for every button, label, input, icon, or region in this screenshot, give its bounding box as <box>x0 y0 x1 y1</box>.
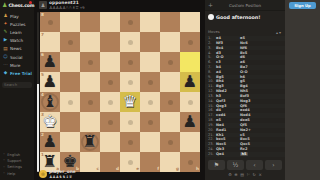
square-b7[interactable] <box>60 32 80 52</box>
square-c6[interactable] <box>80 52 100 72</box>
rank-label-8: 8 <box>41 13 44 17</box>
top-player-bar: ♟ opponent21 ♙♙♙♙♙♘♘♗♖ +9 <box>39 1 84 10</box>
legal-move-dot[interactable] <box>128 120 133 125</box>
square-g2[interactable] <box>160 132 180 152</box>
square-a7[interactable]: 7 <box>40 32 60 52</box>
legal-move-dot[interactable] <box>108 80 113 85</box>
white-move[interactable]: Qe4 <box>216 152 240 157</box>
status-message: Good afternoon! <box>216 15 260 20</box>
file-label-g: g <box>176 167 179 171</box>
panel-tab-title[interactable]: Custom Position <box>205 3 285 8</box>
more-icon: ⋯ <box>3 63 8 68</box>
square-d1[interactable]: d <box>100 152 120 172</box>
bottom-player-bar: ♔ player_one ♟♟♟♞♞♝♛ <box>39 170 76 179</box>
footer-icon-4[interactable]: ↻ <box>253 172 256 177</box>
square-h6[interactable] <box>180 52 200 72</box>
square-h4[interactable] <box>180 92 200 112</box>
square-g1[interactable]: g <box>160 152 180 172</box>
square-a4[interactable]: 4♝ <box>40 92 60 112</box>
board-area: ♟ opponent21 ♙♙♙♙♙♘♘♗♖ +9 876♟5♟♟4♝♛3♚♟2… <box>34 0 205 180</box>
file-label-b: b <box>76 167 79 171</box>
square-e4[interactable]: ♛ <box>120 92 140 112</box>
square-h2[interactable] <box>180 132 200 152</box>
square-h1[interactable]: h <box>180 152 200 172</box>
square-c8[interactable] <box>80 12 100 32</box>
legal-move-dot[interactable] <box>88 60 93 65</box>
rank-label-5: 5 <box>41 73 44 77</box>
sidebar-item-puzzles[interactable]: ✦Puzzles <box>0 20 34 28</box>
chess-board[interactable]: 876♟5♟♟4♝♛3♚♟2♟♜1a♜b♚cdefgh <box>40 12 200 172</box>
legal-move-dot[interactable] <box>188 100 193 105</box>
legal-move-dot[interactable] <box>128 140 133 145</box>
legal-move-dot[interactable] <box>128 80 133 85</box>
square-f6[interactable] <box>140 52 160 72</box>
news-icon: ▤ <box>3 47 8 52</box>
player-avatar[interactable]: ♔ <box>39 170 47 178</box>
square-a8[interactable]: 8 <box>40 12 60 32</box>
chesscom-logo[interactable]: ♟ Chess.com <box>0 0 34 9</box>
legal-move-dot[interactable] <box>128 160 133 165</box>
moves-label: Moves <box>208 30 220 34</box>
material-score: +9 <box>80 6 85 10</box>
square-h3[interactable]: ♟ <box>180 112 200 132</box>
file-label-c: c <box>97 167 99 171</box>
legal-move-dot[interactable] <box>188 160 193 165</box>
square-d3[interactable] <box>100 112 120 132</box>
rank-label-2: 2 <box>41 133 44 137</box>
panel-footer-icons[interactable]: ⚙⊕▤⚐↻× <box>205 172 285 177</box>
square-g7[interactable] <box>160 32 180 52</box>
square-e6[interactable] <box>120 52 140 72</box>
legal-move-dot[interactable] <box>128 60 133 65</box>
black-move[interactable]: h5 <box>240 152 264 157</box>
sidebar-item-watch[interactable]: ▶Watch <box>0 37 34 45</box>
square-f8[interactable] <box>140 12 160 32</box>
legal-move-dot[interactable] <box>108 120 113 125</box>
square-a6[interactable]: 6♟ <box>40 52 60 72</box>
capture-ring <box>41 93 59 111</box>
panel-tab-bar: + Custom Position <box>205 0 285 11</box>
legal-move-dot[interactable] <box>168 140 173 145</box>
evaluation-white-share <box>37 84 40 172</box>
legal-move-dot[interactable] <box>168 60 173 65</box>
square-c3[interactable] <box>80 112 100 132</box>
footer-icon-2[interactable]: ▤ <box>240 172 244 177</box>
social-icon: ☺ <box>3 55 8 60</box>
legal-move-dot[interactable] <box>148 100 153 105</box>
square-a5[interactable]: 5♟ <box>40 72 60 92</box>
square-c2[interactable]: ♜ <box>80 132 100 152</box>
square-d2[interactable] <box>100 132 120 152</box>
legal-move-dot[interactable] <box>128 40 133 45</box>
square-c5[interactable] <box>80 72 100 92</box>
sidebar-item-free-trial[interactable]: ◆Free Trial <box>0 69 34 77</box>
square-e2[interactable] <box>120 132 140 152</box>
sidebar-bottom-links: ◦English◦Support◦Settings◦Help <box>0 152 34 178</box>
square-g8[interactable] <box>160 12 180 32</box>
legal-move-dot[interactable] <box>168 100 173 105</box>
back-button[interactable]: ‹ <box>246 160 263 170</box>
sidebar-item-news[interactable]: ▤News <box>0 45 34 53</box>
square-f2[interactable] <box>140 132 160 152</box>
square-b2[interactable] <box>60 132 80 152</box>
player-captured-pieces: ♟♟♟♞♞♝♛ <box>49 175 76 179</box>
square-e3[interactable] <box>120 112 140 132</box>
square-g4[interactable] <box>160 92 180 112</box>
black-pawn-h5[interactable]: ♟ <box>180 72 200 92</box>
watch-icon: ▶ <box>3 38 8 43</box>
file-label-f: f <box>157 167 159 171</box>
rank-label-1: 1 <box>41 153 44 157</box>
square-e5[interactable] <box>120 72 140 92</box>
square-h8[interactable] <box>180 12 200 32</box>
moves-header-icons[interactable]: ▴▾ <box>276 30 282 35</box>
evaluation-bar <box>37 12 40 172</box>
rank-label-6: 6 <box>41 53 44 57</box>
footer-icon-5[interactable]: × <box>258 172 261 177</box>
square-g5[interactable] <box>160 72 180 92</box>
file-label-d: d <box>116 167 119 171</box>
square-d8[interactable] <box>100 12 120 32</box>
search-placeholder: Search <box>4 82 17 87</box>
page-gutter: Sign Up <box>285 0 320 180</box>
play-icon: ♟ <box>3 14 8 19</box>
sidebar-item-play[interactable]: ♟Play <box>0 12 34 20</box>
forward-button[interactable]: › <box>265 160 282 170</box>
draw-button[interactable]: ½ <box>227 160 244 170</box>
square-d5[interactable] <box>100 72 120 92</box>
diamond-icon: ◆ <box>3 71 8 76</box>
game-panel: + Custom Position Good afternoon! Moves … <box>205 0 285 180</box>
opponent-avatar[interactable]: ♟ <box>39 1 47 9</box>
square-g3[interactable] <box>160 112 180 132</box>
square-c4[interactable] <box>80 92 100 112</box>
legal-move-dot[interactable] <box>68 40 73 45</box>
square-a2[interactable]: 2♟ <box>40 132 60 152</box>
sidebar-item-social[interactable]: ☺Social <box>0 53 34 61</box>
rank-label-7: 7 <box>41 33 44 37</box>
notification-badge <box>29 1 32 4</box>
file-label-h: h <box>196 167 199 171</box>
legal-move-dot[interactable] <box>68 100 73 105</box>
resign-button[interactable]: ⚑ <box>208 160 225 170</box>
legal-move-dot[interactable] <box>108 100 113 105</box>
puzzles-icon: ✦ <box>3 22 8 27</box>
coach-avatar-icon <box>208 14 214 20</box>
square-h5[interactable]: ♟ <box>180 72 200 92</box>
square-a3[interactable]: 3♚ <box>40 112 60 132</box>
sidebar-nav: ♟Play✦Puzzles✎Learn▶Watch▤News☺Social⋯Mo… <box>0 12 34 78</box>
square-h7[interactable] <box>180 32 200 52</box>
square-c7[interactable] <box>80 32 100 52</box>
legal-move-dot[interactable] <box>128 20 133 25</box>
square-b8[interactable] <box>60 12 80 32</box>
square-e1[interactable]: e <box>120 152 140 172</box>
footer-icon-0[interactable]: ⚙ <box>228 172 232 177</box>
sidebar: ♟ Chess.com ♟Play✦Puzzles✎Learn▶Watch▤Ne… <box>0 0 34 180</box>
legal-move-dot[interactable] <box>88 100 93 105</box>
square-g6[interactable] <box>160 52 180 72</box>
legal-move-dot[interactable] <box>148 80 153 85</box>
moves-header: Moves ▴▾ <box>205 29 285 35</box>
square-f7[interactable] <box>140 32 160 52</box>
legal-move-dot[interactable] <box>148 120 153 125</box>
footer-icon-3[interactable]: ⚐ <box>246 172 250 177</box>
square-c1[interactable]: c <box>80 152 100 172</box>
square-f1[interactable]: f <box>140 152 160 172</box>
square-b4[interactable] <box>60 92 80 112</box>
square-b3[interactable] <box>60 112 80 132</box>
search-input[interactable]: Search <box>2 82 32 88</box>
file-label-e: e <box>136 167 139 171</box>
move-row-25: 25.Qe4h5 <box>205 152 285 157</box>
logo-pawn-icon: ♟ <box>2 2 7 8</box>
opponent-captured-pieces: ♙♙♙♙♙♘♘♗♖ +9 <box>49 6 84 10</box>
black-pawn-h3[interactable]: ♟ <box>180 112 200 132</box>
sidebar-item-more[interactable]: ⋯More <box>0 61 34 69</box>
sidebar-link-help[interactable]: ◦Help <box>0 171 34 177</box>
move-list[interactable]: 1.e4e52.Nf3Nc63.Bc4Nf64.d3Bc55.O-Od66.c3… <box>205 36 285 157</box>
square-b5[interactable] <box>60 72 80 92</box>
square-d6[interactable] <box>100 52 120 72</box>
status-row: Good afternoon! <box>205 11 285 22</box>
white-queen-e4[interactable]: ♛ <box>120 92 140 112</box>
square-f3[interactable] <box>140 112 160 132</box>
signup-button[interactable]: Sign Up <box>289 2 316 9</box>
rank-label-3: 3 <box>41 113 44 117</box>
square-b6[interactable] <box>60 52 80 72</box>
capture-ring <box>81 133 99 151</box>
square-d7[interactable] <box>100 32 120 52</box>
game-controls: ⚑½‹› <box>205 160 285 170</box>
learn-icon: ✎ <box>3 30 8 35</box>
square-e7[interactable] <box>120 32 140 52</box>
square-f4[interactable] <box>140 92 160 112</box>
square-e8[interactable] <box>120 12 140 32</box>
square-f5[interactable] <box>140 72 160 92</box>
footer-icon-1[interactable]: ⊕ <box>234 172 237 177</box>
legal-move-dot[interactable] <box>48 20 53 25</box>
sidebar-item-learn[interactable]: ✎Learn <box>0 28 34 36</box>
square-d4[interactable] <box>100 92 120 112</box>
legal-move-dot[interactable] <box>188 40 193 45</box>
